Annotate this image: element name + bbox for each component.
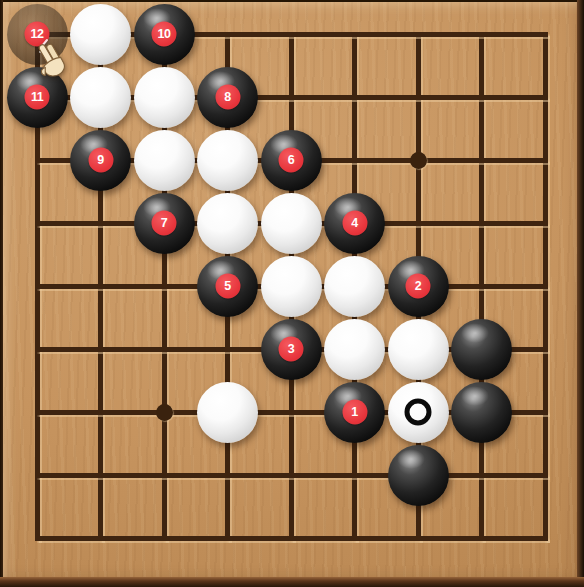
grid-line-horizontal <box>35 473 548 478</box>
stone-black-E7: 6 <box>261 130 322 191</box>
star-point-C3 <box>156 404 173 421</box>
stone-white-B8 <box>70 67 131 128</box>
stone-black-G2 <box>388 445 449 506</box>
move-number-badge: 4 <box>342 211 367 236</box>
go-board: 101189674523112 <box>0 0 584 587</box>
grid-line-horizontal <box>35 536 548 541</box>
stone-black-G5: 2 <box>388 256 449 317</box>
move-number-badge: 11 <box>25 85 50 110</box>
stone-white-E5 <box>261 256 322 317</box>
move-number-badge: 12 <box>25 22 50 47</box>
star-point-G7 <box>410 152 427 169</box>
stone-black-C6: 7 <box>134 193 195 254</box>
board-edge-left <box>0 0 3 587</box>
stone-white-E6 <box>261 193 322 254</box>
stone-white-D7 <box>197 130 258 191</box>
stone-white-D6 <box>197 193 258 254</box>
stone-white-G4 <box>388 319 449 380</box>
stone-black-H4 <box>451 319 512 380</box>
stone-black-F6: 4 <box>324 193 385 254</box>
move-number-badge: 10 <box>152 22 177 47</box>
board-edge-bottom <box>0 577 584 587</box>
stone-black-H3 <box>451 382 512 443</box>
move-number-badge: 7 <box>152 211 177 236</box>
stone-white-G3 <box>388 382 449 443</box>
move-number-badge: 2 <box>406 274 431 299</box>
move-number-badge: 5 <box>215 274 240 299</box>
stone-white-C8 <box>134 67 195 128</box>
suggested-move-ghost-stone[interactable]: 12 <box>7 4 68 65</box>
go-board-grid[interactable]: 101189674523112 <box>0 0 584 587</box>
move-number-badge: 8 <box>215 85 240 110</box>
stone-black-B7: 9 <box>70 130 131 191</box>
stone-white-F4 <box>324 319 385 380</box>
board-edge-right <box>577 0 584 587</box>
stone-black-D8: 8 <box>197 67 258 128</box>
stone-white-D3 <box>197 382 258 443</box>
move-number-badge: 1 <box>342 400 367 425</box>
stone-black-C9: 10 <box>134 4 195 65</box>
move-number-badge: 3 <box>279 337 304 362</box>
stone-black-D5: 5 <box>197 256 258 317</box>
stone-black-F3: 1 <box>324 382 385 443</box>
circle-marker <box>405 399 432 426</box>
stone-black-A8: 11 <box>7 67 68 128</box>
move-number-badge: 6 <box>279 148 304 173</box>
board-edge-top <box>0 0 584 2</box>
stone-black-E4: 3 <box>261 319 322 380</box>
stone-white-B9 <box>70 4 131 65</box>
stone-white-F5 <box>324 256 385 317</box>
move-number-badge: 9 <box>88 148 113 173</box>
stone-white-C7 <box>134 130 195 191</box>
